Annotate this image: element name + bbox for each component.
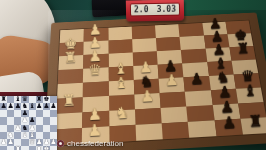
board-square: ♟ xyxy=(205,47,231,62)
piece-black-p: ♟ xyxy=(36,103,42,110)
piece-white-b: ♝ xyxy=(22,132,28,139)
piece-black-p: ♟ xyxy=(158,59,184,75)
piece-black-p: ♟ xyxy=(15,103,21,110)
board-square: ♟ xyxy=(212,104,240,121)
board-square xyxy=(109,94,135,110)
board-square xyxy=(160,92,187,108)
diagram-square: ♚ xyxy=(43,146,50,150)
photo-board-grid: ♟♟♚♟♟♚♜♟♟♜♛♝♟♟♝♝♞♟♟♞♛♜♟♟♝♟♞♟♟♟♜ xyxy=(55,21,266,146)
board-square xyxy=(188,120,216,137)
piece-white-r: ♜ xyxy=(36,146,42,150)
diagram-square xyxy=(0,117,7,124)
piece-white-p: ♟ xyxy=(83,23,108,38)
diagram-square xyxy=(50,125,57,132)
board-square: ♟ xyxy=(84,41,108,55)
piece-white-k: ♚ xyxy=(43,146,49,150)
board-square: ♝ xyxy=(108,80,134,96)
diagram-square: ♟ xyxy=(0,103,7,110)
wooden-chessboard: ♟♟♚♟♟♚♜♟♟♜♛♝♟♟♝♝♞♟♟♞♛♜♟♟♝♟♞♟♟♟♜ xyxy=(48,10,266,150)
board-square xyxy=(108,39,133,53)
board-square xyxy=(108,52,133,67)
board-square: ♟ xyxy=(184,76,211,92)
diagram-square xyxy=(36,110,43,117)
board-square xyxy=(57,83,83,99)
watermark-logo-icon xyxy=(57,140,64,147)
clock-display: 2.0 3.03 xyxy=(130,3,180,17)
board-square: ♚ xyxy=(59,42,84,57)
video-frame: ♟♟♚♟♟♚♜♟♟♜♛♝♟♟♝♝♞♟♟♞♛♜♟♟♝♟♞♟♟♟♜ 2.0 3.03… xyxy=(0,0,266,150)
board-square: ♟ xyxy=(159,77,185,93)
board-square xyxy=(181,49,207,64)
board-square xyxy=(180,36,205,50)
diagram-square xyxy=(14,132,21,139)
board-square: ♜ xyxy=(58,55,83,70)
diagram-square xyxy=(50,110,57,117)
clock-left-time: 2.0 xyxy=(134,5,149,14)
diagram-square: ♝ xyxy=(21,132,28,139)
board-square: ♜ xyxy=(229,46,255,61)
diagram-square: ♟ xyxy=(14,125,21,132)
diagram-square xyxy=(50,146,57,150)
piece-black-p: ♟ xyxy=(43,103,49,110)
diagram-square xyxy=(36,125,43,132)
diagram-square: ♟ xyxy=(36,103,43,110)
board-square: ♝ xyxy=(207,61,234,76)
diagram-square xyxy=(21,139,28,146)
board-square: ♟ xyxy=(210,89,238,105)
diagram-square: ♟ xyxy=(50,139,57,146)
board-square xyxy=(161,106,188,123)
diagram-square xyxy=(0,146,7,150)
watermark: chessfederation xyxy=(57,139,123,148)
diagram-square xyxy=(7,146,14,150)
diagram-square: ♛ xyxy=(29,139,36,146)
board-square: ♟ xyxy=(204,34,230,48)
board-square xyxy=(162,122,190,139)
piece-black-b: ♝ xyxy=(29,103,35,110)
board-square: ♜ xyxy=(56,97,82,114)
piece-black-p: ♟ xyxy=(0,103,6,110)
board-square: ♞ xyxy=(134,79,160,95)
board-square: ♚ xyxy=(227,33,253,47)
diagram-square: ♟ xyxy=(7,139,14,146)
board-square xyxy=(56,112,83,129)
diagram-square: ♟ xyxy=(50,103,57,110)
diagram-square xyxy=(14,110,21,117)
diagram-square: ♟ xyxy=(7,103,14,110)
board-square: ♝ xyxy=(108,66,133,81)
piece-white-p: ♟ xyxy=(0,139,6,146)
board-square: ♛ xyxy=(233,73,260,89)
piece-black-p: ♟ xyxy=(8,103,14,110)
board-square xyxy=(58,69,84,84)
diagram-square xyxy=(21,146,28,150)
diagram-square: ♟ xyxy=(0,139,7,146)
board-square: ♛ xyxy=(83,67,108,82)
piece-black-p: ♟ xyxy=(211,84,238,101)
board-square xyxy=(231,59,258,74)
diagram-square xyxy=(43,117,50,124)
piece-black-n: ♞ xyxy=(133,74,159,91)
diagram-square xyxy=(43,125,50,132)
diagram-square: ♟ xyxy=(43,103,50,110)
diagram-square xyxy=(36,117,43,124)
board-square xyxy=(135,108,162,125)
board-square: ♜ xyxy=(240,117,266,134)
piece-black-p: ♟ xyxy=(202,17,227,32)
board-square xyxy=(135,123,162,141)
piece-white-p: ♟ xyxy=(50,139,56,146)
diagram-grid: ♜♝♛♜♚♟♟♟♞♝♟♟♟♟♟♟♟♞♟♞♝♝♟♟♛♟♟♟♜♜♚ xyxy=(0,96,57,150)
board-square xyxy=(132,51,157,66)
board-square xyxy=(83,81,109,97)
diagram-square xyxy=(0,110,7,117)
diagram-square xyxy=(7,110,14,117)
watermark-text: chessfederation xyxy=(67,139,123,148)
board-square: ♞ xyxy=(109,109,136,126)
board-square xyxy=(156,37,181,51)
clock-right-time: 3.03 xyxy=(157,5,176,14)
piece-white-p: ♟ xyxy=(8,139,14,146)
board-square xyxy=(182,62,208,77)
board-square: ♟ xyxy=(83,54,108,69)
piece-black-q: ♛ xyxy=(234,68,260,84)
diagram-square: ♜ xyxy=(14,146,21,150)
board-square: ♝ xyxy=(236,87,264,103)
diagram-square xyxy=(43,110,50,117)
diagram-square xyxy=(29,146,36,150)
chess-clock: 2.0 3.03 xyxy=(126,0,184,22)
board-square: ♟ xyxy=(133,65,159,80)
board-frame: ♟♟♚♟♟♚♜♟♟♜♛♝♟♟♝♝♞♟♟♞♛♜♟♟♝♟♞♟♟♟♜ xyxy=(44,12,266,150)
board-square: ♟ xyxy=(158,63,184,78)
board-square xyxy=(238,102,266,119)
board-square xyxy=(185,90,212,106)
piece-white-q: ♛ xyxy=(29,139,35,146)
diagram-square: ♝ xyxy=(29,103,36,110)
board-square: ♟ xyxy=(134,93,161,109)
piece-white-b: ♝ xyxy=(107,61,133,77)
diagram-square xyxy=(7,117,14,124)
board-square: ♟ xyxy=(82,111,109,128)
board-square xyxy=(132,38,157,52)
piece-black-p: ♟ xyxy=(50,103,56,110)
diagram-square xyxy=(0,125,7,132)
board-square xyxy=(186,105,214,122)
piece-white-p: ♟ xyxy=(15,125,21,132)
board-square xyxy=(157,50,183,65)
diagram-square: ♟ xyxy=(14,103,21,110)
board-square xyxy=(83,96,109,112)
piece-white-r: ♜ xyxy=(15,146,21,150)
diagram-square xyxy=(50,117,57,124)
position-diagram-overlay: ♜♝♛♜♚♟♟♟♞♝♟♟♟♟♟♟♟♞♟♞♝♝♟♟♛♟♟♟♜♜♚ xyxy=(0,96,57,150)
board-square: ♞ xyxy=(209,75,236,91)
diagram-square: ♜ xyxy=(36,146,43,150)
board-square: ♟ xyxy=(214,119,243,136)
